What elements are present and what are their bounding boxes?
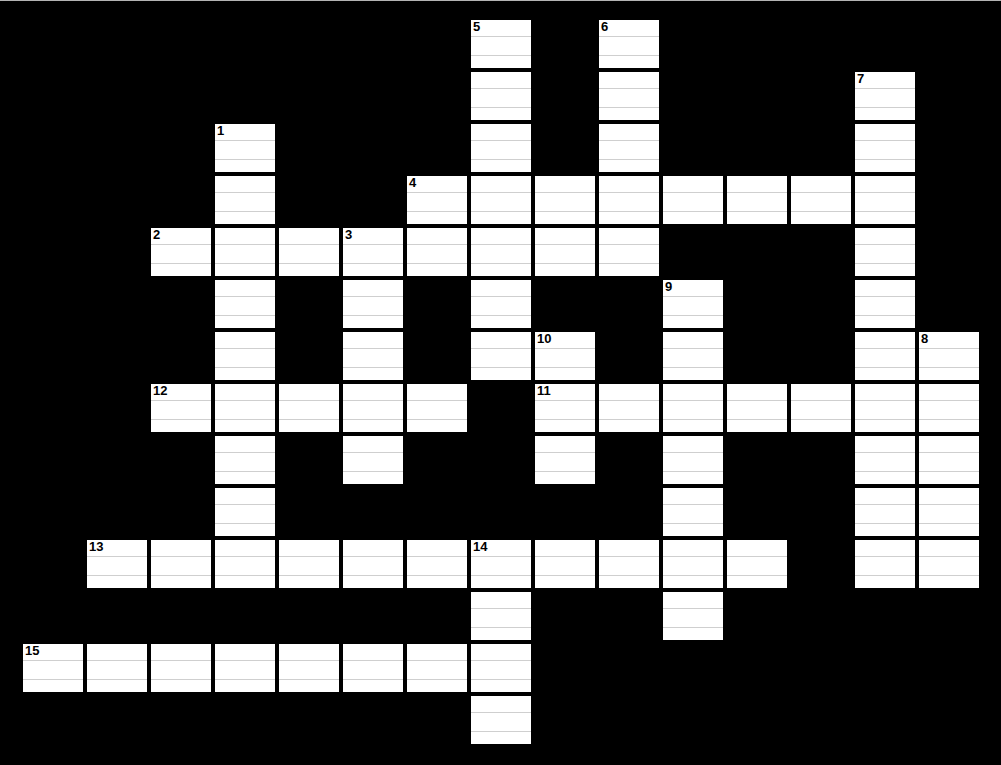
crossword-cell[interactable] — [405, 382, 469, 434]
crossword-cell[interactable] — [469, 70, 533, 122]
crossword-cell[interactable]: 9 — [661, 278, 725, 330]
crossword-cell[interactable]: 13 — [85, 538, 149, 590]
clue-number: 9 — [665, 279, 672, 295]
clue-number: 2 — [153, 227, 160, 243]
clue-number: 13 — [89, 539, 103, 555]
crossword-cell[interactable] — [405, 642, 469, 694]
crossword-cell[interactable]: 7 — [853, 70, 917, 122]
crossword-cell[interactable]: 2 — [149, 226, 213, 278]
crossword-cell[interactable] — [661, 538, 725, 590]
clue-number: 5 — [473, 19, 480, 35]
crossword-cell[interactable] — [661, 434, 725, 486]
crossword-cell[interactable] — [213, 330, 277, 382]
crossword-cell[interactable] — [853, 382, 917, 434]
clue-number: 10 — [537, 331, 551, 347]
crossword-cell[interactable] — [85, 642, 149, 694]
crossword-cell[interactable]: 14 — [469, 538, 533, 590]
crossword-cell[interactable] — [725, 382, 789, 434]
crossword-cell[interactable] — [213, 434, 277, 486]
clue-number: 8 — [921, 331, 928, 347]
crossword-cell[interactable] — [597, 122, 661, 174]
crossword-cell[interactable] — [533, 174, 597, 226]
crossword-cell[interactable] — [853, 122, 917, 174]
crossword-cell[interactable] — [277, 382, 341, 434]
crossword-cell[interactable] — [213, 278, 277, 330]
crossword-cell[interactable]: 4 — [405, 174, 469, 226]
crossword-cell[interactable] — [405, 538, 469, 590]
crossword-cell[interactable] — [533, 434, 597, 486]
crossword-cell[interactable]: 10 — [533, 330, 597, 382]
crossword-cell[interactable]: 12 — [149, 382, 213, 434]
crossword-cell[interactable]: 8 — [917, 330, 981, 382]
crossword-cell[interactable]: 11 — [533, 382, 597, 434]
crossword-cell[interactable] — [853, 538, 917, 590]
crossword-cell[interactable] — [853, 434, 917, 486]
crossword-cell[interactable] — [277, 538, 341, 590]
crossword-cell[interactable] — [533, 538, 597, 590]
clue-number: 15 — [25, 643, 39, 659]
crossword-cell[interactable] — [469, 330, 533, 382]
crossword-cell[interactable] — [405, 226, 469, 278]
crossword-cell[interactable] — [661, 590, 725, 642]
clue-number: 6 — [601, 19, 608, 35]
crossword-cell[interactable] — [469, 226, 533, 278]
crossword-cell[interactable] — [597, 174, 661, 226]
crossword-cell[interactable] — [341, 278, 405, 330]
crossword-board: 567142391081211131415 — [21, 18, 981, 746]
clue-number: 7 — [857, 71, 864, 87]
crossword-cell[interactable] — [597, 382, 661, 434]
crossword-cell[interactable] — [725, 538, 789, 590]
crossword-cell[interactable] — [853, 174, 917, 226]
crossword-cell[interactable] — [853, 278, 917, 330]
crossword-cell[interactable] — [597, 538, 661, 590]
clue-number: 4 — [409, 175, 416, 191]
clue-number: 1 — [217, 123, 224, 139]
crossword-cell[interactable] — [341, 642, 405, 694]
clue-number: 14 — [473, 539, 487, 555]
crossword-cell[interactable] — [469, 174, 533, 226]
crossword-cell[interactable]: 15 — [21, 642, 85, 694]
crossword-cell[interactable] — [917, 486, 981, 538]
crossword-cell[interactable] — [661, 330, 725, 382]
crossword-cell[interactable] — [469, 642, 533, 694]
crossword-cell[interactable]: 6 — [597, 18, 661, 70]
crossword-cell[interactable] — [469, 694, 533, 746]
crossword-cell[interactable] — [341, 538, 405, 590]
crossword-cell[interactable]: 5 — [469, 18, 533, 70]
crossword-cell[interactable] — [213, 226, 277, 278]
crossword-cell[interactable] — [661, 174, 725, 226]
crossword-cell[interactable] — [789, 382, 853, 434]
crossword-cell[interactable] — [789, 174, 853, 226]
crossword-cell[interactable] — [533, 226, 597, 278]
crossword-cell[interactable] — [597, 70, 661, 122]
crossword-cell[interactable] — [149, 538, 213, 590]
crossword-cell[interactable] — [341, 434, 405, 486]
crossword-cell[interactable] — [661, 486, 725, 538]
crossword-cell[interactable] — [917, 434, 981, 486]
crossword-cell[interactable] — [853, 330, 917, 382]
crossword-cell[interactable] — [213, 486, 277, 538]
crossword-cell[interactable] — [853, 226, 917, 278]
crossword-cell[interactable] — [853, 486, 917, 538]
crossword-cell[interactable] — [341, 382, 405, 434]
crossword-cell[interactable] — [213, 642, 277, 694]
crossword-cell[interactable]: 1 — [213, 122, 277, 174]
clue-number: 12 — [153, 383, 167, 399]
crossword-cell[interactable] — [213, 382, 277, 434]
crossword-cell[interactable] — [917, 538, 981, 590]
crossword-cell[interactable] — [597, 226, 661, 278]
clue-number: 11 — [537, 383, 551, 399]
crossword-cell[interactable] — [469, 122, 533, 174]
crossword-cell[interactable] — [277, 642, 341, 694]
crossword-cell[interactable] — [213, 174, 277, 226]
crossword-cell[interactable] — [469, 278, 533, 330]
crossword-cell[interactable] — [277, 226, 341, 278]
crossword-cell[interactable] — [469, 590, 533, 642]
crossword-cell[interactable] — [725, 174, 789, 226]
crossword-cell[interactable] — [149, 642, 213, 694]
crossword-cell[interactable] — [661, 382, 725, 434]
crossword-cell[interactable] — [341, 330, 405, 382]
crossword-cell[interactable]: 3 — [341, 226, 405, 278]
crossword-cell[interactable] — [917, 382, 981, 434]
crossword-puzzle-page: 567142391081211131415 — [0, 0, 1001, 765]
clue-number: 3 — [345, 227, 352, 243]
crossword-cell[interactable] — [213, 538, 277, 590]
